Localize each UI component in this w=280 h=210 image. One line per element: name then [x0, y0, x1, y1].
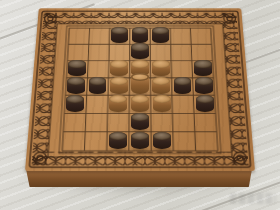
piece-attacker[interactable]	[68, 64, 85, 77]
piece-attacker[interactable]	[153, 136, 171, 149]
piece-top-face	[68, 60, 85, 68]
piece-attacker[interactable]	[131, 117, 149, 130]
piece-attacker[interactable]	[131, 136, 149, 149]
piece-top-face	[195, 77, 213, 85]
piece-attacker[interactable]	[67, 81, 85, 94]
piece-top-face	[131, 43, 148, 51]
piece-top-face	[152, 77, 170, 85]
piece-attacker[interactable]	[132, 30, 149, 42]
piece-attacker[interactable]	[152, 30, 169, 42]
piece-defender[interactable]	[110, 64, 127, 77]
piece-top-face	[131, 95, 149, 103]
piece-top-face	[152, 60, 169, 68]
piece-attacker[interactable]	[66, 99, 84, 112]
piece-top-face	[110, 77, 128, 85]
piece-attacker[interactable]	[196, 99, 214, 112]
piece-top-face	[153, 95, 171, 103]
piece-top-face	[131, 132, 149, 140]
piece-top-face	[89, 77, 107, 85]
piece-top-face	[174, 77, 192, 85]
piece-defender[interactable]	[109, 99, 127, 112]
piece-top-face	[66, 95, 84, 103]
piece-attacker[interactable]	[89, 81, 107, 94]
piece-top-face	[109, 132, 127, 140]
piece-defender[interactable]	[152, 81, 170, 94]
piece-defender[interactable]	[110, 81, 128, 94]
piece-defender[interactable]	[131, 99, 149, 112]
piece-attacker[interactable]	[174, 81, 192, 94]
piece-attacker[interactable]	[131, 47, 148, 59]
piece-top-face	[131, 73, 149, 81]
piece-top-face	[109, 95, 127, 103]
photo-scene	[0, 0, 280, 210]
piece-defender[interactable]	[152, 64, 169, 77]
piece-top-face	[67, 77, 85, 85]
piece-top-face	[110, 60, 127, 68]
piece-attacker[interactable]	[109, 136, 127, 149]
piece-top-face	[194, 60, 211, 68]
piece-attacker[interactable]	[111, 30, 128, 42]
pieces-layer	[0, 0, 280, 210]
piece-top-face	[196, 95, 214, 103]
piece-attacker[interactable]	[195, 81, 213, 94]
piece-defender[interactable]	[153, 99, 171, 112]
watermark	[230, 193, 276, 204]
piece-top-face	[131, 60, 148, 68]
piece-top-face	[131, 113, 149, 121]
piece-king[interactable]	[131, 77, 149, 94]
piece-attacker[interactable]	[194, 64, 211, 77]
